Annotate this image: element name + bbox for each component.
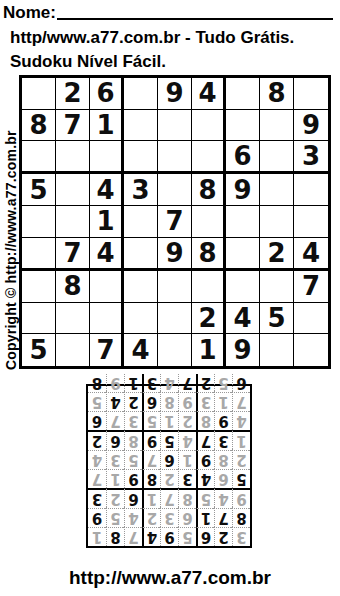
cell-r1c8: 8 [260,78,294,110]
cell-r5c8[interactable] [260,206,294,238]
cell-r8c9[interactable] [294,303,328,335]
cell-r1c4[interactable] [124,78,158,110]
cell-r7c8[interactable] [260,271,294,303]
cell-r7c2: 8 [56,271,90,303]
solution-cell-r9c9: 8 [88,374,106,392]
cell-r7c4[interactable] [124,271,158,303]
cell-r5c5: 7 [158,206,192,238]
cell-r6c7[interactable] [226,238,260,271]
solution-cell-r2c8: 5 [106,508,124,527]
solution-cell-r4c1: 5 [232,469,250,488]
solution-cell-r1c4: 5 [178,527,196,546]
cell-r1c1[interactable] [22,78,56,110]
solution-cell-r7c6: 5 [142,411,160,430]
solution-cell-r9c5: 4 [160,374,178,392]
cell-r8c8: 5 [260,303,294,335]
cell-r4c8[interactable] [260,174,294,206]
cell-r3c5[interactable] [158,141,192,174]
solution-cell-r4c3: 4 [196,469,214,488]
solution-cell-r4c6: 8 [142,469,160,488]
solution-cell-r1c8: 8 [106,527,124,546]
cell-r9c9 [294,334,328,366]
solution-cell-r7c9: 6 [88,411,106,430]
cell-r2c4[interactable] [124,110,158,142]
cell-r6c4[interactable] [124,238,158,271]
cell-r2c7[interactable] [226,110,260,142]
solution-cell-r2c9: 9 [88,508,106,527]
solution-cell-r8c3: 3 [196,392,214,411]
cell-r3c6[interactable] [192,141,226,174]
cell-r4c2[interactable] [56,174,90,206]
solution-cell-r9c1: 6 [232,374,250,392]
solution-cell-r5c5: 6 [160,450,178,469]
cell-r9c1: 5 [22,334,56,366]
solution-cell-r7c8: 7 [106,411,124,430]
page-subtitle: Sudoku Nível Fácil. [10,52,340,72]
solution-cell-r6c3: 7 [196,430,214,450]
solution-cell-r1c5: 9 [160,527,178,546]
solution-cell-r5c3: 9 [196,450,214,469]
solution-cell-r9c6: 3 [142,374,160,392]
cell-r8c5[interactable] [158,303,192,335]
solution-cell-r4c5: 2 [160,469,178,488]
cell-r6c8: 2 [260,238,294,271]
cell-r2c2: 7 [56,110,90,142]
solution-cell-r5c6: 7 [142,450,160,469]
solution-cell-r1c7: 7 [124,527,142,546]
solution-cell-r6c7: 8 [124,430,142,450]
solution-cell-r3c1: 9 [232,488,250,508]
cell-r6c3: 4 [90,238,124,271]
cell-r9c2[interactable] [56,334,90,366]
solution-cell-r7c4: 2 [178,411,196,430]
cell-r9c7: 9 [226,334,260,366]
cell-r7c9: 7 [294,271,328,303]
solution-cell-r3c6: 1 [142,488,160,508]
cell-r7c5[interactable] [158,271,192,303]
cell-r3c3[interactable] [90,141,124,174]
name-row: Nome: [0,0,340,22]
solution-cell-r1c1: 3 [232,527,250,546]
solution-cell-r8c4: 9 [178,392,196,411]
cell-r8c3[interactable] [90,303,124,335]
cell-r2c5[interactable] [158,110,192,142]
cell-r2c6[interactable] [192,110,226,142]
solution-cell-r3c7: 6 [124,488,142,508]
cell-r5c9[interactable] [294,206,328,238]
cell-r2c3: 1 [90,110,124,142]
solution-cell-r3c4: 8 [178,488,196,508]
cell-r2c1: 8 [22,110,56,142]
solution-cell-r3c9: 3 [88,488,106,508]
cell-r4c6: 8 [192,174,226,206]
cell-r7c6[interactable] [192,271,226,303]
cell-r1c5: 9 [158,78,192,110]
solution-cell-r2c3: 1 [196,508,214,527]
sudoku-board: 2694887196354389177498248724557419 [19,75,331,369]
solution-cell-r3c8: 2 [106,488,124,508]
solution-cell-r7c1: 4 [232,411,250,430]
cell-r9c8[interactable] [260,334,294,366]
cell-r7c7[interactable] [226,271,260,303]
cell-r8c2[interactable] [56,303,90,335]
solution-cell-r5c9: 4 [88,450,106,469]
solution-cell-r1c3: 6 [196,527,214,546]
cell-r6c2: 7 [56,238,90,271]
cell-r5c2[interactable] [56,206,90,238]
cell-r1c3: 6 [90,78,124,110]
solution-cell-r4c4: 3 [178,469,196,488]
solution-cell-r9c7: 1 [124,374,142,392]
solution-cell-r5c7: 5 [124,450,142,469]
solution-cell-r3c2: 4 [214,488,232,508]
copyright-vertical-text: Copyright © http://www.a77.com.br [3,76,19,370]
solution-cell-r2c1: 8 [232,508,250,527]
solution-cell-r5c4: 1 [178,450,196,469]
solution-cell-r4c7: 9 [124,469,142,488]
solution-cell-r2c7: 4 [124,508,142,527]
solution-cell-r5c8: 3 [106,450,124,469]
solution-cell-r4c2: 6 [214,469,232,488]
cell-r5c3: 1 [90,206,124,238]
cell-r1c7[interactable] [226,78,260,110]
cell-r4c3: 4 [90,174,124,206]
cell-r9c4: 4 [124,334,158,366]
cell-r7c3[interactable] [90,271,124,303]
solution-cell-r2c4: 6 [178,508,196,527]
solution-cell-r8c5: 8 [160,392,178,411]
solution-cell-r4c9: 7 [88,469,106,488]
cell-r1c2: 2 [56,78,90,110]
cell-r3c8[interactable] [260,141,294,174]
cell-r8c7: 4 [226,303,260,335]
solution-cell-r8c9: 5 [88,392,106,411]
cell-r3c4[interactable] [124,141,158,174]
name-label: Nome: [3,3,56,22]
solution-cell-r5c2: 8 [214,450,232,469]
solution-cell-r7c5: 1 [160,411,178,430]
solution-cell-r3c5: 7 [160,488,178,508]
cell-r3c2[interactable] [56,141,90,174]
solution-cell-r5c1: 2 [232,450,250,469]
footer-url: http://www.a77.com.br [0,567,340,589]
cell-r4c5[interactable] [158,174,192,206]
cell-r8c6: 2 [192,303,226,335]
cell-r5c4[interactable] [124,206,158,238]
cell-r6c9: 4 [294,238,328,271]
cell-r3c1[interactable] [22,141,56,174]
cell-r5c7[interactable] [226,206,260,238]
solution-cell-r1c9: 1 [88,527,106,546]
solution-cell-r6c1: 1 [232,430,250,450]
solution-cell-r8c7: 2 [124,392,142,411]
solution-cell-r9c2: 5 [214,374,232,392]
cell-r8c4[interactable] [124,303,158,335]
cell-r8c1[interactable] [22,303,56,335]
solution-cell-r1c6: 4 [142,527,160,546]
solution-cell-r1c2: 2 [214,527,232,546]
cell-r2c8[interactable] [260,110,294,142]
cell-r1c6: 4 [192,78,226,110]
cell-r4c1: 5 [22,174,56,206]
cell-r9c3: 7 [90,334,124,366]
page-title: http/www.a77.com.br - Tudo Grátis. [10,28,340,48]
solution-cell-r8c2: 1 [214,392,232,411]
solution-cell-r7c7: 3 [124,411,142,430]
solution-cell-r6c5: 5 [160,430,178,450]
solution-cell-r8c8: 4 [106,392,124,411]
solution-cell-r9c3: 2 [196,374,214,392]
solution-cell-r8c1: 7 [232,392,250,411]
cell-r9c5[interactable] [158,334,192,366]
cell-r5c6[interactable] [192,206,226,238]
cell-r4c9[interactable] [294,174,328,206]
solution-cell-r2c5: 3 [160,508,178,527]
solution-board: 3265947818716324599458716235643289172891… [86,384,252,548]
cell-r7c1[interactable] [22,271,56,303]
cell-r6c5: 9 [158,238,192,271]
solution-cell-r6c2: 3 [214,430,232,450]
solution-cell-r6c8: 6 [106,430,124,450]
solution-cell-r6c4: 4 [178,430,196,450]
solution-cell-r9c4: 7 [178,374,196,392]
solution-cell-r8c6: 6 [142,392,160,411]
solution-cell-r3c3: 5 [196,488,214,508]
solution-cell-r2c6: 2 [142,508,160,527]
cell-r4c4: 3 [124,174,158,206]
cell-r6c1[interactable] [22,238,56,271]
solution-cell-r4c8: 1 [106,469,124,488]
solution-cell-r9c8: 9 [106,374,124,392]
cell-r4c7: 9 [226,174,260,206]
cell-r3c7: 6 [226,141,260,174]
cell-r2c9: 9 [294,110,328,142]
cell-r5c1[interactable] [22,206,56,238]
solution-cell-r6c9: 2 [88,430,106,450]
solution-cell-r2c2: 7 [214,508,232,527]
cell-r9c6: 1 [192,334,226,366]
cell-r1c9[interactable] [294,78,328,110]
solution-cell-r6c6: 9 [142,430,160,450]
name-blank-line [57,4,333,20]
cell-r3c9: 3 [294,141,328,174]
cell-r6c6: 8 [192,238,226,271]
solution-cell-r7c2: 9 [214,411,232,430]
solution-cell-r7c3: 8 [196,411,214,430]
